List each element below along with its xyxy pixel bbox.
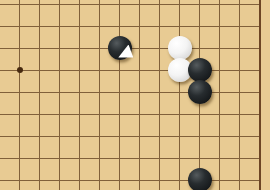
grid-line-vertical [99,0,100,190]
grid-line-vertical [119,0,120,190]
grid-line-vertical [159,0,160,190]
grid-line-vertical [219,0,220,190]
black-stone [188,168,212,190]
white-stone [168,36,192,60]
grid-line-vertical [79,0,80,190]
board-edge-line [259,0,261,190]
go-board[interactable] [0,0,270,190]
star-point [17,67,23,73]
black-stone [188,80,212,104]
grid-line-vertical [39,0,40,190]
grid-line-vertical [179,0,180,190]
grid-line-vertical [19,0,20,190]
grid-line-vertical [239,0,240,190]
grid-line-vertical [139,0,140,190]
grid-line-vertical [59,0,60,190]
black-stone [188,58,212,82]
